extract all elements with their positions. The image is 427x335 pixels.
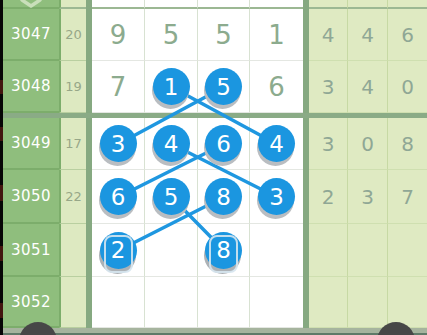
period-label: 3047 [11, 25, 51, 43]
digit-cell[interactable]: 8 [198, 224, 250, 277]
digit-cell[interactable]: 1 [145, 61, 198, 113]
digit-cell[interactable]: 5 [198, 61, 250, 113]
digit-cell[interactable] [92, 277, 145, 328]
digit-cell[interactable]: 4 [145, 118, 198, 170]
digit-cell[interactable]: 5 [145, 170, 198, 224]
picked-number-circle[interactable]: 5 [153, 178, 190, 215]
period-label-cell: 3050 [3, 170, 59, 224]
digit-cell[interactable]: 7 [92, 61, 145, 113]
picked-digit: 4 [269, 131, 284, 157]
picked-number-circle[interactable]: 3 [258, 178, 295, 215]
digit-value: 5 [215, 20, 232, 50]
digit-value: 9 [110, 20, 127, 50]
digit-value: 6 [268, 72, 285, 102]
picked-number-circle[interactable]: 3 [100, 125, 137, 162]
stat-value: 2 [322, 185, 335, 209]
digit-cell[interactable]: 4 [250, 118, 303, 170]
stat-cell [309, 277, 348, 328]
period-label: 3051 [11, 241, 51, 259]
picked-number-chip[interactable]: 8 [205, 232, 242, 269]
stat-value: 3 [322, 75, 335, 99]
edge-mark [0, 303, 3, 318]
picked-digit: 6 [111, 184, 126, 210]
stat-cell: 7 [388, 170, 427, 224]
stat-cell: 3 [309, 118, 348, 170]
period-label-cell: 3047 [3, 9, 59, 61]
period-label: 3050 [11, 187, 51, 205]
stat-cell: 0 [348, 118, 388, 170]
group-separator-band [3, 113, 427, 118]
picked-number-circle[interactable]: 5 [205, 68, 242, 105]
stat-value: 3 [322, 132, 335, 156]
period-label-cell: 3049 [3, 118, 59, 170]
stat-value: 8 [401, 132, 414, 156]
stat-value: 4 [361, 23, 374, 47]
digit-cell[interactable]: 6 [92, 170, 145, 224]
digit-cell[interactable] [145, 224, 198, 277]
chevron-down-icon[interactable] [19, 0, 43, 8]
sum-value: 19 [65, 79, 82, 94]
stat-header-cell [348, 0, 388, 9]
picked-number-chip[interactable]: 2 [100, 232, 137, 269]
stat-value: 6 [401, 23, 414, 47]
edge-mark [0, 246, 3, 261]
picked-number-circle[interactable]: 6 [100, 178, 137, 215]
digit-header-cell [198, 0, 250, 9]
sum-cell: 22 [59, 170, 86, 224]
picked-number-circle[interactable]: 4 [153, 125, 190, 162]
sum-value: 20 [65, 27, 82, 42]
stat-cell: 2 [309, 170, 348, 224]
stat-cell: 6 [388, 9, 427, 61]
screen-left-edge [0, 0, 3, 335]
stat-cell [388, 224, 427, 277]
sum-value: 22 [65, 189, 82, 204]
grid-right-thick-border [303, 0, 309, 328]
period-label: 3048 [11, 77, 51, 95]
stat-value: 0 [361, 132, 374, 156]
stat-cell: 3 [309, 61, 348, 113]
digit-cell[interactable]: 9 [92, 9, 145, 61]
picked-number-circle[interactable]: 4 [258, 125, 295, 162]
picked-digit: 3 [269, 184, 284, 210]
picked-number-circle[interactable]: 6 [205, 125, 242, 162]
stat-cell [309, 224, 348, 277]
picked-digit: 1 [164, 74, 179, 100]
edge-mark [0, 185, 3, 201]
picked-digit: 8 [216, 237, 231, 263]
grid-left-thick-border [86, 0, 92, 328]
stat-value: 3 [361, 185, 374, 209]
picked-digit: 2 [111, 237, 126, 263]
picked-number-circle[interactable]: 8 [205, 178, 242, 215]
digit-cell[interactable]: 5 [198, 9, 250, 61]
period-label: 3049 [11, 134, 51, 152]
stat-cell: 4 [348, 61, 388, 113]
digit-cell[interactable]: 2 [92, 224, 145, 277]
period-label-cell: 3048 [3, 61, 59, 113]
stat-cell [348, 277, 388, 328]
picked-digit: 5 [216, 74, 231, 100]
digit-header-cell [145, 0, 198, 9]
stat-cell: 0 [388, 61, 427, 113]
digit-cell[interactable] [250, 277, 303, 328]
digit-cell[interactable]: 6 [250, 61, 303, 113]
lottery-trend-chart-screen: 3047209551446304819715634030491734643083… [0, 0, 427, 335]
digit-cell[interactable]: 3 [92, 118, 145, 170]
sum-header-cell [59, 0, 86, 9]
digit-cell[interactable] [145, 277, 198, 328]
digit-cell[interactable]: 6 [198, 118, 250, 170]
digit-value: 1 [268, 20, 285, 50]
period-label-cell: 3052 [3, 277, 59, 328]
stat-cell [348, 224, 388, 277]
edge-mark [0, 80, 3, 94]
stat-header-cell [309, 0, 348, 9]
sum-cell [59, 277, 86, 328]
picked-digit: 3 [111, 131, 126, 157]
collapse-header-cell [3, 0, 59, 9]
digit-cell[interactable] [250, 224, 303, 277]
stat-cell: 4 [348, 9, 388, 61]
picked-number-circle[interactable]: 1 [153, 68, 190, 105]
picked-digit: 5 [164, 184, 179, 210]
sum-cell: 19 [59, 61, 86, 113]
digit-value: 5 [163, 20, 180, 50]
digit-cell[interactable]: 8 [198, 170, 250, 224]
stat-cell: 4 [309, 9, 348, 61]
picked-digit: 8 [216, 184, 231, 210]
digit-cell[interactable]: 5 [145, 9, 198, 61]
edge-mark [0, 127, 3, 141]
digit-header-cell [92, 0, 145, 9]
period-label: 3052 [11, 293, 51, 311]
digit-cell[interactable]: 3 [250, 170, 303, 224]
digit-header-cell [250, 0, 303, 9]
digit-value: 7 [110, 72, 127, 102]
picked-digit: 4 [164, 131, 179, 157]
stat-cell: 8 [388, 118, 427, 170]
stat-cell [388, 277, 427, 328]
stat-value: 7 [401, 185, 414, 209]
sum-cell [59, 224, 86, 277]
stat-value: 4 [361, 75, 374, 99]
sum-value: 17 [65, 136, 82, 151]
stat-cell: 3 [348, 170, 388, 224]
digit-cell[interactable] [198, 277, 250, 328]
digit-cell[interactable]: 1 [250, 9, 303, 61]
picked-digit: 6 [216, 131, 231, 157]
stat-value: 4 [322, 23, 335, 47]
sum-cell: 20 [59, 9, 86, 61]
stat-header-cell [388, 0, 427, 9]
period-label-cell: 3051 [3, 224, 59, 277]
stat-value: 0 [401, 75, 414, 99]
sum-cell: 17 [59, 118, 86, 170]
